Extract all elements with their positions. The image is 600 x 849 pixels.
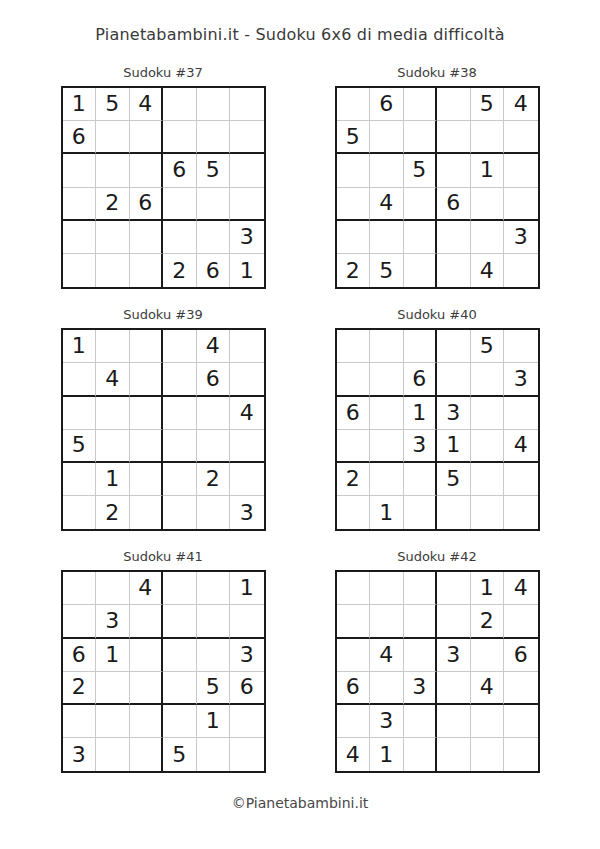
puzzle-41: Sudoku #41 413613256135 [60,549,266,773]
sudoku-cell [63,463,97,496]
sudoku-cell: 4 [370,188,404,221]
sudoku-cell: 3 [370,705,404,738]
sudoku-cell: 4 [230,397,264,430]
sudoku-cell [163,672,197,705]
sudoku-cell [370,572,404,605]
sudoku-cell: 3 [230,496,264,529]
sudoku-cell [130,496,164,529]
sudoku-cell [63,705,97,738]
sudoku-cell [437,330,471,363]
sudoku-cell [504,330,538,363]
sudoku-cell [504,738,538,771]
sudoku-cell: 5 [370,254,404,287]
sudoku-cell [404,572,438,605]
sudoku-cell [471,705,505,738]
sudoku-cell [504,463,538,496]
sudoku-cell: 4 [471,254,505,287]
sudoku-cell [197,88,231,121]
sudoku-cell [130,397,164,430]
sudoku-cell: 4 [197,330,231,363]
sudoku-cell [130,254,164,287]
sudoku-cell [404,221,438,254]
sudoku-cell: 4 [471,672,505,705]
sudoku-cell: 3 [437,639,471,672]
sudoku-cell: 3 [96,605,130,638]
sudoku-cell [96,154,130,187]
sudoku-cell: 1 [471,572,505,605]
sudoku-cell [437,738,471,771]
sudoku-cell: 2 [96,496,130,529]
sudoku-cell [197,605,231,638]
sudoku-cell: 1 [471,154,505,187]
sudoku-cell: 5 [337,121,371,154]
sudoku-cell [96,572,130,605]
sudoku-cell [504,121,538,154]
sudoku-board: 413613256135 [61,570,266,773]
sudoku-cell: 5 [437,463,471,496]
sudoku-cell [370,121,404,154]
sudoku-cell: 5 [471,88,505,121]
sudoku-board: 142436634341 [335,570,540,773]
sudoku-cell [471,639,505,672]
sudoku-cell [130,672,164,705]
sudoku-cell: 3 [504,363,538,396]
sudoku-cell: 4 [504,430,538,463]
sudoku-cell [96,254,130,287]
sudoku-cell [197,121,231,154]
sudoku-cell: 3 [437,397,471,430]
sudoku-cell: 5 [63,430,97,463]
sudoku-cell [370,330,404,363]
puzzle-38: Sudoku #38 654551463254 [334,65,540,289]
sudoku-cell [130,639,164,672]
sudoku-cell [370,463,404,496]
sudoku-cell [337,605,371,638]
sudoku-cell: 1 [63,88,97,121]
sudoku-cell [230,121,264,154]
sudoku-cell [96,705,130,738]
sudoku-cell [337,572,371,605]
sudoku-cell [370,397,404,430]
sudoku-cell [96,738,130,771]
sudoku-cell [370,154,404,187]
sudoku-cell: 1 [370,496,404,529]
sudoku-cell [130,330,164,363]
sudoku-cell [337,221,371,254]
sudoku-cell [163,605,197,638]
sudoku-cell [230,738,264,771]
sudoku-cell: 6 [197,254,231,287]
puzzle-37: Sudoku #37 154665263261 [60,65,266,289]
sudoku-cell: 2 [96,188,130,221]
sudoku-cell: 6 [63,121,97,154]
sudoku-cell [437,705,471,738]
sudoku-cell: 1 [230,254,264,287]
sudoku-cell: 4 [130,88,164,121]
sudoku-cell [504,154,538,187]
sudoku-cell [504,705,538,738]
sudoku-cell: 6 [504,639,538,672]
page-title: Pianetabambini.it - Sudoku 6x6 di media … [0,25,600,44]
sudoku-cell [404,330,438,363]
sudoku-cell [370,672,404,705]
sudoku-cell: 4 [370,639,404,672]
sudoku-cell [437,572,471,605]
sudoku-cell [197,738,231,771]
sudoku-cell: 4 [504,88,538,121]
sudoku-cell: 6 [337,397,371,430]
puzzle-title: Sudoku #38 [334,65,540,80]
sudoku-cell [197,496,231,529]
sudoku-cell [471,397,505,430]
sudoku-cell: 6 [370,88,404,121]
sudoku-cell [437,154,471,187]
sudoku-cell [337,430,371,463]
sudoku-cell [404,605,438,638]
sudoku-cell [130,221,164,254]
sudoku-cell: 5 [404,154,438,187]
sudoku-cell [230,363,264,396]
sudoku-cell [63,221,97,254]
sudoku-cell [130,463,164,496]
sudoku-cell [130,705,164,738]
sudoku-cell: 1 [63,330,97,363]
sudoku-cell [130,738,164,771]
sudoku-cell [230,605,264,638]
sudoku-cell [337,188,371,221]
sudoku-cell: 6 [130,188,164,221]
sudoku-cell [471,188,505,221]
sudoku-cell: 5 [163,738,197,771]
sudoku-cell [471,496,505,529]
sudoku-cell [437,363,471,396]
sudoku-cell [230,88,264,121]
sudoku-cell: 5 [197,672,231,705]
sudoku-cell [197,188,231,221]
sudoku-cell [197,397,231,430]
sudoku-cell [163,121,197,154]
sudoku-cell [437,254,471,287]
sudoku-cell [370,430,404,463]
sudoku-cell [197,430,231,463]
sudoku-cell [96,221,130,254]
sudoku-cell: 1 [230,572,264,605]
sudoku-cell: 1 [370,738,404,771]
sudoku-cell [163,572,197,605]
footer-copyright: ©Pianetabambini.it [0,795,600,811]
sudoku-cell [63,572,97,605]
puzzle-title: Sudoku #42 [334,549,540,564]
sudoku-cell [370,363,404,396]
sudoku-cell: 6 [163,154,197,187]
sudoku-cell: 3 [404,430,438,463]
sudoku-cell [163,188,197,221]
sudoku-cell [96,397,130,430]
sudoku-cell [504,496,538,529]
puzzle-40: Sudoku #40 563613314251 [334,307,540,531]
sudoku-cell [437,221,471,254]
sudoku-cell [337,363,371,396]
sudoku-cell [437,121,471,154]
sudoku-cell [504,605,538,638]
sudoku-cell [471,738,505,771]
puzzle-42: Sudoku #42 142436634341 [334,549,540,773]
puzzle-title: Sudoku #40 [334,307,540,322]
sudoku-cell [197,572,231,605]
sudoku-cell [96,330,130,363]
sudoku-cell: 4 [337,738,371,771]
sudoku-cell [163,463,197,496]
sudoku-cell [230,705,264,738]
sudoku-cell [471,121,505,154]
sudoku-cell [96,430,130,463]
sudoku-cell: 1 [197,705,231,738]
sudoku-cell [404,254,438,287]
sudoku-cell [163,221,197,254]
sudoku-cell [504,397,538,430]
sudoku-cell [163,430,197,463]
sudoku-cell: 3 [230,221,264,254]
sudoku-cell [130,121,164,154]
sudoku-cell: 1 [96,639,130,672]
sudoku-cell [96,121,130,154]
sudoku-cell: 6 [437,188,471,221]
sudoku-cell [230,430,264,463]
sudoku-cell [63,154,97,187]
sudoku-cell [337,330,371,363]
sudoku-cell: 3 [63,738,97,771]
sudoku-cell [130,605,164,638]
sudoku-cell: 5 [96,88,130,121]
sudoku-cell [163,496,197,529]
sudoku-cell [163,88,197,121]
sudoku-cell: 4 [96,363,130,396]
sudoku-board: 154665263261 [61,86,266,289]
sudoku-cell: 2 [337,463,371,496]
page: Pianetabambini.it - Sudoku 6x6 di media … [0,25,600,811]
sudoku-board: 654551463254 [335,86,540,289]
sudoku-cell [370,605,404,638]
sudoku-cell [404,121,438,154]
sudoku-cell [163,639,197,672]
puzzle-39: Sudoku #39 1446451223 [60,307,266,531]
sudoku-cell [471,221,505,254]
puzzle-sheet: Sudoku #37 154665263261 Sudoku #38 65455… [0,65,600,773]
sudoku-cell: 6 [230,672,264,705]
sudoku-cell [230,463,264,496]
sudoku-board: 563613314251 [335,328,540,531]
sudoku-cell: 5 [197,154,231,187]
sudoku-cell [63,254,97,287]
sudoku-cell [404,88,438,121]
sudoku-cell [471,430,505,463]
sudoku-cell [337,88,371,121]
sudoku-cell [404,705,438,738]
sudoku-cell: 2 [63,672,97,705]
sudoku-cell [337,705,371,738]
puzzle-title: Sudoku #39 [60,307,266,322]
sudoku-cell: 1 [437,430,471,463]
sudoku-cell [230,330,264,363]
sudoku-cell [163,705,197,738]
sudoku-cell [130,363,164,396]
sudoku-cell [437,672,471,705]
sudoku-cell [370,221,404,254]
sudoku-cell [63,363,97,396]
sudoku-cell: 4 [504,572,538,605]
sudoku-cell [504,188,538,221]
sudoku-cell [163,363,197,396]
sudoku-cell: 6 [63,639,97,672]
sudoku-cell [96,672,130,705]
sudoku-cell [471,463,505,496]
sudoku-cell [404,463,438,496]
sudoku-cell [63,496,97,529]
sudoku-cell [437,496,471,529]
sudoku-cell [404,639,438,672]
sudoku-cell [337,496,371,529]
sudoku-cell [337,639,371,672]
sudoku-board: 1446451223 [61,328,266,531]
puzzle-title: Sudoku #37 [60,65,266,80]
sudoku-cell [404,188,438,221]
sudoku-cell [404,738,438,771]
puzzle-title: Sudoku #41 [60,549,266,564]
sudoku-cell [230,154,264,187]
sudoku-cell: 2 [163,254,197,287]
sudoku-cell [337,154,371,187]
sudoku-cell [163,330,197,363]
sudoku-cell [197,221,231,254]
sudoku-cell [471,363,505,396]
sudoku-cell [230,188,264,221]
sudoku-cell: 5 [471,330,505,363]
sudoku-cell: 3 [404,672,438,705]
sudoku-cell [130,154,164,187]
sudoku-cell: 2 [471,605,505,638]
sudoku-cell [437,88,471,121]
sudoku-cell [63,397,97,430]
sudoku-cell: 3 [504,221,538,254]
sudoku-cell [63,188,97,221]
sudoku-cell: 2 [337,254,371,287]
sudoku-cell: 1 [404,397,438,430]
sudoku-cell [504,254,538,287]
sudoku-cell: 6 [337,672,371,705]
sudoku-cell: 6 [197,363,231,396]
sudoku-cell [163,397,197,430]
sudoku-cell [404,496,438,529]
sudoku-cell: 4 [130,572,164,605]
sudoku-cell [130,430,164,463]
sudoku-cell: 3 [230,639,264,672]
sudoku-cell: 2 [197,463,231,496]
sudoku-cell [197,639,231,672]
sudoku-cell [437,605,471,638]
sudoku-cell: 6 [404,363,438,396]
sudoku-cell [504,672,538,705]
sudoku-cell [63,605,97,638]
sudoku-cell: 1 [96,463,130,496]
